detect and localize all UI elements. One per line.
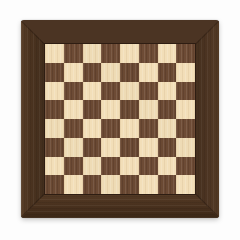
square-e2[interactable] <box>120 157 139 176</box>
square-g5[interactable] <box>158 100 177 119</box>
square-g1[interactable] <box>158 175 177 194</box>
square-d1[interactable] <box>101 175 120 194</box>
square-f5[interactable] <box>139 100 158 119</box>
square-a8[interactable] <box>45 44 64 63</box>
square-f4[interactable] <box>139 119 158 138</box>
square-e3[interactable] <box>120 138 139 157</box>
product-photo-background <box>0 0 240 240</box>
square-a7[interactable] <box>45 63 64 82</box>
square-d8[interactable] <box>101 44 120 63</box>
square-d7[interactable] <box>101 63 120 82</box>
board-frame-right-rail <box>195 20 219 218</box>
square-f6[interactable] <box>139 82 158 101</box>
square-c5[interactable] <box>83 100 102 119</box>
square-h7[interactable] <box>176 63 195 82</box>
square-f7[interactable] <box>139 63 158 82</box>
square-c1[interactable] <box>83 175 102 194</box>
square-c8[interactable] <box>83 44 102 63</box>
square-h5[interactable] <box>176 100 195 119</box>
square-g2[interactable] <box>158 157 177 176</box>
square-b5[interactable] <box>64 100 83 119</box>
square-d6[interactable] <box>101 82 120 101</box>
square-g6[interactable] <box>158 82 177 101</box>
square-h3[interactable] <box>176 138 195 157</box>
square-h1[interactable] <box>176 175 195 194</box>
square-h6[interactable] <box>176 82 195 101</box>
square-g7[interactable] <box>158 63 177 82</box>
square-a3[interactable] <box>45 138 64 157</box>
square-d4[interactable] <box>101 119 120 138</box>
board-frame-bottom-rail <box>21 194 219 218</box>
square-e1[interactable] <box>120 175 139 194</box>
square-a2[interactable] <box>45 157 64 176</box>
square-g8[interactable] <box>158 44 177 63</box>
chess-board <box>21 20 219 218</box>
square-g4[interactable] <box>158 119 177 138</box>
square-a1[interactable] <box>45 175 64 194</box>
square-c6[interactable] <box>83 82 102 101</box>
square-f8[interactable] <box>139 44 158 63</box>
square-a4[interactable] <box>45 119 64 138</box>
square-b4[interactable] <box>64 119 83 138</box>
square-c2[interactable] <box>83 157 102 176</box>
board-frame-left-rail <box>21 20 45 218</box>
square-h4[interactable] <box>176 119 195 138</box>
square-g3[interactable] <box>158 138 177 157</box>
square-f1[interactable] <box>139 175 158 194</box>
square-b1[interactable] <box>64 175 83 194</box>
square-d5[interactable] <box>101 100 120 119</box>
square-a5[interactable] <box>45 100 64 119</box>
square-b7[interactable] <box>64 63 83 82</box>
board-grid <box>45 44 195 194</box>
square-b3[interactable] <box>64 138 83 157</box>
square-a6[interactable] <box>45 82 64 101</box>
square-b6[interactable] <box>64 82 83 101</box>
square-d2[interactable] <box>101 157 120 176</box>
square-b2[interactable] <box>64 157 83 176</box>
square-c4[interactable] <box>83 119 102 138</box>
square-b8[interactable] <box>64 44 83 63</box>
square-e8[interactable] <box>120 44 139 63</box>
square-f3[interactable] <box>139 138 158 157</box>
square-e4[interactable] <box>120 119 139 138</box>
square-f2[interactable] <box>139 157 158 176</box>
square-c3[interactable] <box>83 138 102 157</box>
square-e7[interactable] <box>120 63 139 82</box>
square-e6[interactable] <box>120 82 139 101</box>
square-h8[interactable] <box>176 44 195 63</box>
board-frame-top-rail <box>21 20 219 44</box>
square-c7[interactable] <box>83 63 102 82</box>
square-e5[interactable] <box>120 100 139 119</box>
square-d3[interactable] <box>101 138 120 157</box>
square-h2[interactable] <box>176 157 195 176</box>
